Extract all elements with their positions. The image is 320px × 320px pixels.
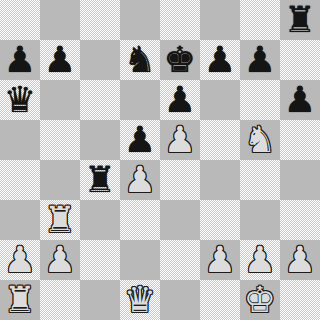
square-c8[interactable] xyxy=(80,0,120,40)
square-e8[interactable] xyxy=(160,0,200,40)
square-e4[interactable] xyxy=(160,160,200,200)
square-d5[interactable]: ♟ xyxy=(120,120,160,160)
square-e6[interactable]: ♟ xyxy=(160,80,200,120)
square-h8[interactable]: ♜ xyxy=(280,0,320,40)
square-f4[interactable] xyxy=(200,160,240,200)
square-a2[interactable]: ♟ xyxy=(0,240,40,280)
square-c3[interactable] xyxy=(80,200,120,240)
piece-white-rook-a1: ♜ xyxy=(4,280,36,320)
square-g8[interactable] xyxy=(240,0,280,40)
square-f8[interactable] xyxy=(200,0,240,40)
piece-white-pawn-b2: ♟ xyxy=(44,240,76,280)
square-b3[interactable]: ♜ xyxy=(40,200,80,240)
square-d6[interactable] xyxy=(120,80,160,120)
square-e2[interactable] xyxy=(160,240,200,280)
square-a1[interactable]: ♜ xyxy=(0,280,40,320)
square-h2[interactable]: ♟ xyxy=(280,240,320,280)
piece-black-queen-a6: ♛ xyxy=(4,80,36,120)
square-a3[interactable] xyxy=(0,200,40,240)
square-e7[interactable]: ♚ xyxy=(160,40,200,80)
square-g5[interactable]: ♞ xyxy=(240,120,280,160)
square-g4[interactable] xyxy=(240,160,280,200)
chess-board: ♜♟♟♞♚♟♟♛♟♟♟♟♞♜♟♜♟♟♟♟♟♜♛♚ xyxy=(0,0,320,320)
square-b8[interactable] xyxy=(40,0,80,40)
square-b7[interactable]: ♟ xyxy=(40,40,80,80)
square-b5[interactable] xyxy=(40,120,80,160)
square-f5[interactable] xyxy=(200,120,240,160)
square-b4[interactable] xyxy=(40,160,80,200)
square-h5[interactable] xyxy=(280,120,320,160)
piece-white-pawn-d4: ♟ xyxy=(124,160,156,200)
square-b6[interactable] xyxy=(40,80,80,120)
square-h3[interactable] xyxy=(280,200,320,240)
piece-black-king-e7: ♚ xyxy=(164,40,196,80)
square-f1[interactable] xyxy=(200,280,240,320)
square-c5[interactable] xyxy=(80,120,120,160)
piece-black-knight-d7: ♞ xyxy=(124,40,156,80)
square-c1[interactable] xyxy=(80,280,120,320)
square-c6[interactable] xyxy=(80,80,120,120)
square-f3[interactable] xyxy=(200,200,240,240)
piece-black-pawn-h6: ♟ xyxy=(284,80,316,120)
piece-black-rook-h8: ♜ xyxy=(284,0,316,40)
square-g3[interactable] xyxy=(240,200,280,240)
square-a4[interactable] xyxy=(0,160,40,200)
piece-white-pawn-a2: ♟ xyxy=(4,240,36,280)
square-h4[interactable] xyxy=(280,160,320,200)
piece-black-pawn-g7: ♟ xyxy=(244,40,276,80)
piece-white-knight-g5: ♞ xyxy=(244,120,276,160)
square-c7[interactable] xyxy=(80,40,120,80)
piece-white-king-g1: ♚ xyxy=(244,280,276,320)
piece-white-pawn-f2: ♟ xyxy=(204,240,236,280)
square-g6[interactable] xyxy=(240,80,280,120)
square-d1[interactable]: ♛ xyxy=(120,280,160,320)
square-d7[interactable]: ♞ xyxy=(120,40,160,80)
square-a5[interactable] xyxy=(0,120,40,160)
square-a6[interactable]: ♛ xyxy=(0,80,40,120)
piece-white-pawn-g2: ♟ xyxy=(244,240,276,280)
piece-white-pawn-e5: ♟ xyxy=(164,120,196,160)
piece-black-pawn-e6: ♟ xyxy=(164,80,196,120)
piece-white-pawn-h2: ♟ xyxy=(284,240,316,280)
square-h1[interactable] xyxy=(280,280,320,320)
square-f7[interactable]: ♟ xyxy=(200,40,240,80)
piece-white-rook-b3: ♜ xyxy=(44,200,76,240)
square-f2[interactable]: ♟ xyxy=(200,240,240,280)
piece-black-rook-c4: ♜ xyxy=(84,160,116,200)
square-a7[interactable]: ♟ xyxy=(0,40,40,80)
square-e1[interactable] xyxy=(160,280,200,320)
square-d8[interactable] xyxy=(120,0,160,40)
square-d4[interactable]: ♟ xyxy=(120,160,160,200)
piece-black-pawn-b7: ♟ xyxy=(44,40,76,80)
square-g7[interactable]: ♟ xyxy=(240,40,280,80)
square-b2[interactable]: ♟ xyxy=(40,240,80,280)
square-b1[interactable] xyxy=(40,280,80,320)
piece-black-pawn-a7: ♟ xyxy=(4,40,36,80)
square-a8[interactable] xyxy=(0,0,40,40)
square-c2[interactable] xyxy=(80,240,120,280)
square-g1[interactable]: ♚ xyxy=(240,280,280,320)
square-f6[interactable] xyxy=(200,80,240,120)
piece-black-pawn-d5: ♟ xyxy=(124,120,156,160)
square-g2[interactable]: ♟ xyxy=(240,240,280,280)
square-c4[interactable]: ♜ xyxy=(80,160,120,200)
square-e3[interactable] xyxy=(160,200,200,240)
square-h6[interactable]: ♟ xyxy=(280,80,320,120)
square-d3[interactable] xyxy=(120,200,160,240)
square-d2[interactable] xyxy=(120,240,160,280)
piece-black-pawn-f7: ♟ xyxy=(204,40,236,80)
square-h7[interactable] xyxy=(280,40,320,80)
square-e5[interactable]: ♟ xyxy=(160,120,200,160)
piece-white-queen-d1: ♛ xyxy=(124,280,156,320)
